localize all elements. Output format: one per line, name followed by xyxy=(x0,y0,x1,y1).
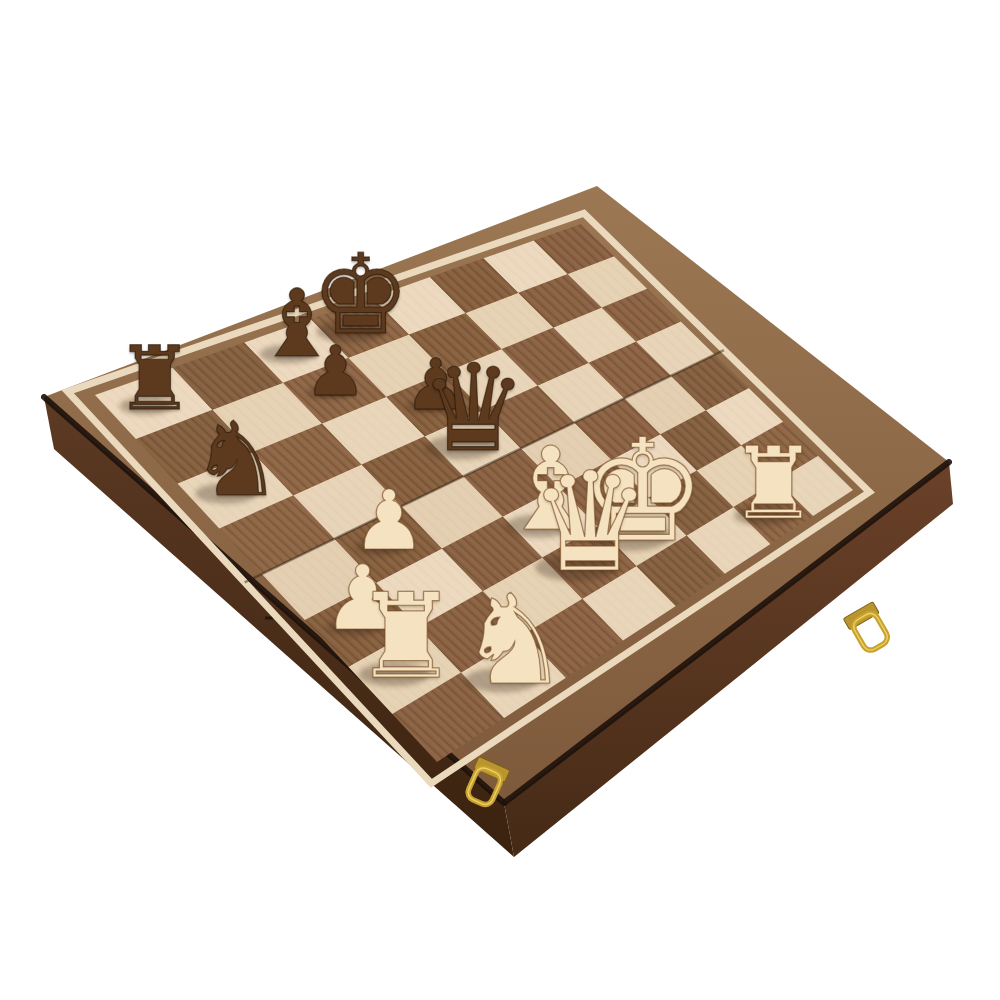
piece-shadow xyxy=(260,345,316,364)
piece-shadow xyxy=(356,539,406,556)
piece-shadow xyxy=(327,618,381,636)
piece-shadow xyxy=(308,386,350,400)
piece-shadow xyxy=(425,435,497,459)
brass-clasp xyxy=(843,602,893,655)
piece-shadow xyxy=(505,515,574,538)
piece-shadow xyxy=(586,522,671,550)
piece-shadow xyxy=(535,553,618,581)
board-svg xyxy=(0,0,1000,1000)
piece-shadow xyxy=(195,483,257,504)
piece-shadow xyxy=(407,399,449,413)
piece-shadow xyxy=(316,320,382,342)
piece-shadow xyxy=(119,397,172,415)
folding-chess-set-photo: ♜♝♚♟♞♟♛♟♟♝♜♛♚♞♜ xyxy=(0,0,1000,1000)
piece-shadow xyxy=(359,663,429,686)
piece-shadow xyxy=(465,668,539,693)
piece-shadow xyxy=(734,506,794,526)
